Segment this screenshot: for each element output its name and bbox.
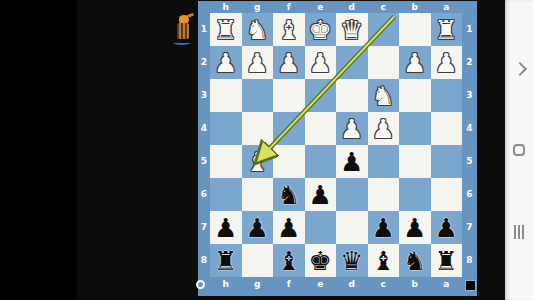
square-h6 bbox=[210, 178, 242, 211]
square-g7: ♟ bbox=[242, 211, 274, 244]
file-label-bottom-c: c bbox=[368, 277, 400, 296]
file-label-top-e: e bbox=[305, 1, 337, 13]
file-label-top-g: g bbox=[242, 1, 274, 13]
rank-label-left-4: 4 bbox=[198, 112, 210, 145]
file-label-bottom-a: a bbox=[431, 277, 463, 296]
file-label-bottom-f: f bbox=[273, 277, 305, 296]
piece-black-rook-h8: ♜ bbox=[214, 248, 237, 274]
square-a7: ♟ bbox=[431, 211, 463, 244]
square-f4 bbox=[273, 112, 305, 145]
piece-white-rook-a1: ♜ bbox=[435, 17, 458, 43]
logo-blue-wave bbox=[173, 40, 191, 45]
piece-black-pawn-b7: ♟ bbox=[403, 215, 426, 241]
piece-white-pawn-a2: ♟ bbox=[435, 50, 458, 76]
board-squares: ♜♞♝♚♛♜♟♟♟♟♟♟♞♟♟♝♟♞♟♟♟♟♟♟♟♜♝♚♛♝♞♜ bbox=[210, 13, 462, 277]
piece-white-bishop-f1: ♝ bbox=[277, 17, 300, 43]
file-label-top-d: d bbox=[336, 1, 368, 13]
rank-label-right-2: 2 bbox=[462, 46, 477, 79]
square-f5 bbox=[273, 145, 305, 178]
rank-label-left-3: 3 bbox=[198, 79, 210, 112]
piece-white-pawn-g2: ♟ bbox=[246, 50, 269, 76]
square-f1: ♝ bbox=[273, 13, 305, 46]
square-a6 bbox=[431, 178, 463, 211]
piece-white-pawn-d4: ♟ bbox=[340, 116, 363, 142]
square-e5 bbox=[305, 145, 337, 178]
file-label-bottom-b: b bbox=[399, 277, 431, 296]
square-b4 bbox=[399, 112, 431, 145]
file-label-bottom-h: h bbox=[210, 277, 242, 296]
piece-black-pawn-h7: ♟ bbox=[214, 215, 237, 241]
piece-black-pawn-d5: ♟ bbox=[340, 149, 363, 175]
square-e6: ♟ bbox=[305, 178, 337, 211]
piece-white-pawn-c4: ♟ bbox=[372, 116, 395, 142]
square-f2: ♟ bbox=[273, 46, 305, 79]
piece-white-bishop-g5: ♝ bbox=[246, 149, 269, 175]
square-g6 bbox=[242, 178, 274, 211]
piece-white-king-e1: ♚ bbox=[309, 17, 332, 43]
logo-striped-body bbox=[177, 23, 189, 39]
square-c8: ♝ bbox=[368, 244, 400, 277]
rank-label-right-8: 8 bbox=[462, 244, 477, 277]
rank-label-right-1: 1 bbox=[462, 13, 477, 46]
file-label-top-f: f bbox=[273, 1, 305, 13]
rank-label-right-5: 5 bbox=[462, 145, 477, 178]
circle-outline-icon bbox=[196, 280, 205, 289]
square-h3 bbox=[210, 79, 242, 112]
square-b2: ♟ bbox=[399, 46, 431, 79]
square-b8: ♞ bbox=[399, 244, 431, 277]
square-h7: ♟ bbox=[210, 211, 242, 244]
square-c3: ♞ bbox=[368, 79, 400, 112]
piece-white-knight-c3: ♞ bbox=[372, 83, 395, 109]
file-label-top-a: a bbox=[431, 1, 463, 13]
piece-black-knight-b8: ♞ bbox=[403, 248, 426, 274]
piece-black-king-e8: ♚ bbox=[309, 248, 332, 274]
rank-label-left-8: 8 bbox=[198, 244, 210, 277]
rank-label-left-5: 5 bbox=[198, 145, 210, 178]
android-navbar bbox=[505, 0, 533, 300]
square-c2 bbox=[368, 46, 400, 79]
square-b7: ♟ bbox=[399, 211, 431, 244]
chess-board: hgfedcba 12345678 12345678 ♜♞♝♚♛♜♟♟♟♟♟♟♞… bbox=[198, 1, 477, 296]
piece-black-pawn-e6: ♟ bbox=[309, 182, 332, 208]
piece-black-bishop-f8: ♝ bbox=[277, 248, 300, 274]
piece-black-pawn-g7: ♟ bbox=[246, 215, 269, 241]
square-f6: ♞ bbox=[273, 178, 305, 211]
home-icon[interactable] bbox=[513, 144, 525, 156]
square-d6 bbox=[336, 178, 368, 211]
piece-white-queen-d1: ♛ bbox=[340, 17, 363, 43]
square-f7: ♟ bbox=[273, 211, 305, 244]
file-label-bottom-e: e bbox=[305, 277, 337, 296]
square-d7 bbox=[336, 211, 368, 244]
square-g1: ♞ bbox=[242, 13, 274, 46]
piece-white-pawn-b2: ♟ bbox=[403, 50, 426, 76]
square-c4: ♟ bbox=[368, 112, 400, 145]
piece-black-queen-d8: ♛ bbox=[340, 248, 363, 274]
piece-white-pawn-f2: ♟ bbox=[277, 50, 300, 76]
rank-label-right-3: 3 bbox=[462, 79, 477, 112]
piece-black-knight-f6: ♞ bbox=[277, 182, 300, 208]
square-e3 bbox=[305, 79, 337, 112]
square-c1 bbox=[368, 13, 400, 46]
file-label-bottom-g: g bbox=[242, 277, 274, 296]
square-f3 bbox=[273, 79, 305, 112]
rank-label-right-6: 6 bbox=[462, 178, 477, 211]
square-e7 bbox=[305, 211, 337, 244]
file-label-top-c: c bbox=[368, 1, 400, 13]
square-a1: ♜ bbox=[431, 13, 463, 46]
rank-label-left-1: 1 bbox=[198, 13, 210, 46]
file-labels-bottom: hgfedcba bbox=[210, 277, 462, 296]
square-g8 bbox=[242, 244, 274, 277]
square-a3 bbox=[431, 79, 463, 112]
piece-black-pawn-f7: ♟ bbox=[277, 215, 300, 241]
square-a4 bbox=[431, 112, 463, 145]
square-d1: ♛ bbox=[336, 13, 368, 46]
square-b5 bbox=[399, 145, 431, 178]
square-a8: ♜ bbox=[431, 244, 463, 277]
square-g3 bbox=[242, 79, 274, 112]
channel-logo-icon bbox=[171, 14, 195, 48]
rank-label-left-2: 2 bbox=[198, 46, 210, 79]
square-h5 bbox=[210, 145, 242, 178]
square-d8: ♛ bbox=[336, 244, 368, 277]
rank-label-right-4: 4 bbox=[462, 112, 477, 145]
piece-white-pawn-h2: ♟ bbox=[214, 50, 237, 76]
square-b1 bbox=[399, 13, 431, 46]
piece-black-bishop-c8: ♝ bbox=[372, 248, 395, 274]
rank-labels-left: 12345678 bbox=[198, 13, 210, 277]
rank-labels-right: 12345678 bbox=[462, 13, 477, 277]
piece-black-pawn-a7: ♟ bbox=[435, 215, 458, 241]
piece-white-pawn-e2: ♟ bbox=[309, 50, 332, 76]
square-g5: ♝ bbox=[242, 145, 274, 178]
square-f8: ♝ bbox=[273, 244, 305, 277]
black-to-move-indicator bbox=[466, 281, 475, 290]
square-e8: ♚ bbox=[305, 244, 337, 277]
square-a2: ♟ bbox=[431, 46, 463, 79]
square-d2 bbox=[336, 46, 368, 79]
rank-label-left-7: 7 bbox=[198, 211, 210, 244]
square-g4 bbox=[242, 112, 274, 145]
square-c6 bbox=[368, 178, 400, 211]
file-label-top-h: h bbox=[210, 1, 242, 13]
square-e4 bbox=[305, 112, 337, 145]
file-label-top-b: b bbox=[399, 1, 431, 13]
file-labels-top: hgfedcba bbox=[210, 1, 462, 13]
video-surface[interactable]: hgfedcba 12345678 12345678 ♜♞♝♚♛♜♟♟♟♟♟♟♞… bbox=[77, 0, 505, 300]
square-b6 bbox=[399, 178, 431, 211]
rank-label-left-6: 6 bbox=[198, 178, 210, 211]
recent-apps-icon[interactable] bbox=[514, 225, 524, 239]
square-e2: ♟ bbox=[305, 46, 337, 79]
square-b3 bbox=[399, 79, 431, 112]
piece-black-pawn-c7: ♟ bbox=[372, 215, 395, 241]
square-h2: ♟ bbox=[210, 46, 242, 79]
square-a5 bbox=[431, 145, 463, 178]
square-c5 bbox=[368, 145, 400, 178]
square-h4 bbox=[210, 112, 242, 145]
piece-white-rook-h1: ♜ bbox=[214, 17, 237, 43]
square-d3 bbox=[336, 79, 368, 112]
square-h1: ♜ bbox=[210, 13, 242, 46]
file-label-bottom-d: d bbox=[336, 277, 368, 296]
square-c7: ♟ bbox=[368, 211, 400, 244]
back-chevron-icon[interactable] bbox=[513, 62, 527, 76]
square-d4: ♟ bbox=[336, 112, 368, 145]
square-h8: ♜ bbox=[210, 244, 242, 277]
rank-label-right-7: 7 bbox=[462, 211, 477, 244]
square-g2: ♟ bbox=[242, 46, 274, 79]
piece-black-rook-a8: ♜ bbox=[435, 248, 458, 274]
piece-white-knight-g1: ♞ bbox=[246, 17, 269, 43]
square-e1: ♚ bbox=[305, 13, 337, 46]
square-d5: ♟ bbox=[336, 145, 368, 178]
